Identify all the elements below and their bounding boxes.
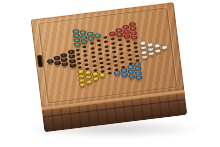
board-hole[interactable] bbox=[85, 63, 89, 66]
board-hole[interactable] bbox=[111, 42, 115, 45]
board-hole[interactable] bbox=[127, 49, 131, 52]
board-hole[interactable] bbox=[104, 45, 108, 48]
peg-yellow[interactable] bbox=[99, 73, 106, 78]
peg-black[interactable] bbox=[68, 58, 75, 63]
board-hole[interactable] bbox=[114, 64, 118, 67]
board-hole[interactable] bbox=[120, 52, 124, 55]
peg-white[interactable] bbox=[140, 54, 147, 59]
board-hole[interactable] bbox=[106, 58, 110, 61]
peg-blue[interactable] bbox=[113, 71, 120, 76]
board-hole[interactable] bbox=[96, 39, 100, 42]
board-hole[interactable] bbox=[120, 57, 124, 60]
board-hole[interactable] bbox=[134, 50, 138, 53]
board-hole[interactable] bbox=[76, 49, 80, 52]
board-hole[interactable] bbox=[91, 51, 95, 54]
board-hole[interactable] bbox=[92, 60, 96, 63]
board-hole[interactable] bbox=[77, 62, 81, 65]
board-hole[interactable] bbox=[99, 57, 103, 60]
board-hole[interactable] bbox=[105, 49, 109, 52]
board-hole[interactable] bbox=[97, 44, 101, 47]
board-hole[interactable] bbox=[121, 61, 125, 64]
board-hole[interactable] bbox=[118, 39, 122, 42]
peg-blue[interactable] bbox=[136, 75, 143, 80]
board-hole[interactable] bbox=[103, 36, 107, 39]
board-hole[interactable] bbox=[98, 53, 102, 56]
board-hole[interactable] bbox=[104, 41, 108, 44]
peg-yellow[interactable] bbox=[85, 79, 92, 84]
board-hole[interactable] bbox=[107, 67, 111, 70]
board-hole[interactable] bbox=[135, 55, 139, 58]
board-hole[interactable] bbox=[133, 46, 137, 49]
board-hole[interactable] bbox=[83, 45, 87, 48]
board-hole[interactable] bbox=[113, 60, 117, 63]
board-hole[interactable] bbox=[112, 51, 116, 54]
peg-white[interactable] bbox=[140, 50, 147, 55]
board-hole[interactable] bbox=[105, 54, 109, 57]
peg-black[interactable] bbox=[61, 62, 68, 67]
board-hole[interactable] bbox=[126, 40, 130, 43]
peg-white[interactable] bbox=[147, 51, 154, 56]
photo-background bbox=[0, 0, 220, 147]
board-hole[interactable] bbox=[84, 59, 88, 62]
board-hole[interactable] bbox=[111, 37, 115, 40]
board-hole[interactable] bbox=[119, 43, 123, 46]
peg-white[interactable] bbox=[154, 48, 161, 53]
board-hole[interactable] bbox=[97, 48, 101, 51]
board-hole[interactable] bbox=[127, 53, 131, 56]
board-hole[interactable] bbox=[90, 42, 94, 45]
board-hole[interactable] bbox=[84, 54, 88, 57]
board-hole[interactable] bbox=[90, 47, 94, 50]
peg-yellow[interactable] bbox=[78, 82, 85, 87]
board-hole[interactable] bbox=[92, 64, 96, 67]
peg-teal[interactable] bbox=[80, 39, 87, 44]
board-hole[interactable] bbox=[76, 53, 80, 56]
board-hole[interactable] bbox=[108, 72, 112, 75]
board-hole[interactable] bbox=[91, 56, 95, 59]
board-hole[interactable] bbox=[133, 41, 137, 44]
peg-black[interactable] bbox=[69, 63, 76, 68]
board-hole[interactable] bbox=[126, 45, 130, 48]
game-box bbox=[31, 2, 188, 133]
board-hole[interactable] bbox=[77, 57, 81, 60]
board-hole[interactable] bbox=[107, 63, 111, 66]
board-hole[interactable] bbox=[99, 61, 103, 64]
board-hole[interactable] bbox=[83, 50, 87, 53]
peg-black[interactable] bbox=[47, 59, 54, 64]
peg-teal[interactable] bbox=[73, 42, 80, 47]
board-hole[interactable] bbox=[128, 58, 132, 61]
board-hole[interactable] bbox=[112, 46, 116, 49]
board-hole[interactable] bbox=[113, 55, 117, 58]
board-hole[interactable] bbox=[100, 66, 104, 69]
peg-blue[interactable] bbox=[121, 72, 128, 77]
peg-red[interactable] bbox=[131, 35, 138, 40]
peg-white[interactable] bbox=[161, 45, 168, 50]
peg-red[interactable] bbox=[108, 31, 115, 36]
board-hole[interactable] bbox=[119, 48, 123, 51]
peg-teal[interactable] bbox=[94, 33, 101, 38]
board-hole[interactable] bbox=[93, 69, 97, 72]
